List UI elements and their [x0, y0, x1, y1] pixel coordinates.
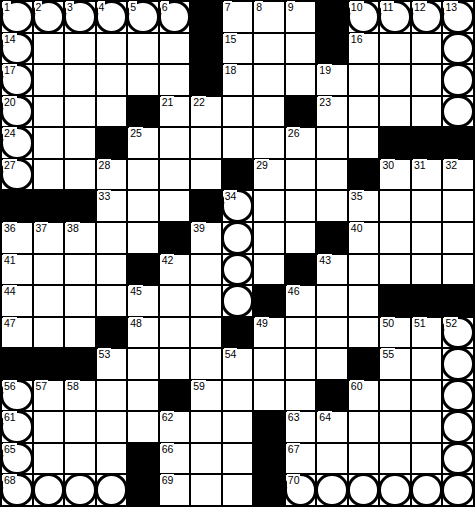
cell-r9c7[interactable]: [191, 255, 221, 285]
clue-number: 15: [224, 33, 238, 45]
clue-number: 61: [3, 411, 17, 423]
cell-r5c6[interactable]: [160, 128, 190, 158]
cell-r9c11[interactable]: 43: [317, 255, 347, 285]
cell-r3c14[interactable]: [412, 65, 442, 95]
clue-number: 58: [66, 380, 80, 392]
cell-r8c3[interactable]: 38: [65, 223, 95, 253]
cell-r8c10[interactable]: [286, 223, 316, 253]
cell-r3c10[interactable]: [286, 65, 316, 95]
cell-r13c8[interactable]: [223, 381, 253, 411]
cell-r1c12[interactable]: 10: [349, 2, 379, 32]
cell-r1c13[interactable]: 11: [380, 2, 410, 32]
clue-number: 59: [192, 380, 206, 392]
cell-r8c1[interactable]: 36: [2, 223, 32, 253]
cell-r11c7[interactable]: [191, 318, 221, 348]
cell-r2c1[interactable]: 14: [2, 34, 32, 64]
cell-r12c8[interactable]: 54: [223, 349, 253, 379]
clue-number: 70: [287, 474, 301, 486]
cell-r1c6[interactable]: 6: [160, 2, 190, 32]
clue-number: 44: [3, 285, 17, 297]
cell-r5c3[interactable]: [65, 128, 95, 158]
cell-r9c2[interactable]: [34, 255, 64, 285]
cell-r12c14[interactable]: [412, 349, 442, 379]
clue-number: 62: [161, 411, 175, 423]
cell-r4c4[interactable]: [97, 97, 127, 127]
cell-r8c11-black-square: [317, 223, 347, 253]
cell-r4c13[interactable]: [380, 97, 410, 127]
clue-number: 27: [3, 159, 17, 171]
cell-r3c15[interactable]: [443, 65, 473, 95]
cell-r5c1[interactable]: 24: [2, 128, 32, 158]
cell-r6c1[interactable]: 27: [2, 160, 32, 190]
cell-r11c12[interactable]: [349, 318, 379, 348]
cell-r10c10[interactable]: 46: [286, 286, 316, 316]
cell-r6c3[interactable]: [65, 160, 95, 190]
cell-r16c1[interactable]: 68: [2, 475, 32, 505]
cell-r12c11[interactable]: [317, 349, 347, 379]
cell-r2c12[interactable]: 16: [349, 34, 379, 64]
circle-marker: [441, 473, 475, 507]
cell-r3c9[interactable]: [254, 65, 284, 95]
cell-r15c12[interactable]: [349, 444, 379, 474]
cell-r13c11-black-square: [317, 381, 347, 411]
cell-r15c3[interactable]: [65, 444, 95, 474]
cell-r6c4[interactable]: 28: [97, 160, 127, 190]
cell-r9c13[interactable]: [380, 255, 410, 285]
clue-number: 23: [318, 96, 332, 108]
cell-r14c6[interactable]: 62: [160, 412, 190, 442]
cell-r6c14[interactable]: 31: [412, 160, 442, 190]
cell-r6c12-black-square: [349, 160, 379, 190]
cell-r4c6[interactable]: 21: [160, 97, 190, 127]
cell-r14c11[interactable]: 64: [317, 412, 347, 442]
cell-r4c15[interactable]: [443, 97, 473, 127]
cell-r1c3[interactable]: 3: [65, 2, 95, 32]
cell-r10c11[interactable]: [317, 286, 347, 316]
cell-r10c14-black-square: [412, 286, 442, 316]
cell-r15c14[interactable]: [412, 444, 442, 474]
clue-number: 11: [381, 1, 394, 13]
clue-number: 38: [66, 222, 80, 234]
cell-r4c14[interactable]: [412, 97, 442, 127]
cell-r11c15[interactable]: 52: [443, 318, 473, 348]
cell-r8c4[interactable]: [97, 223, 127, 253]
cell-r7c6[interactable]: [160, 191, 190, 221]
clue-number: 39: [192, 222, 206, 234]
cell-r15c4[interactable]: [97, 444, 127, 474]
clue-number: 20: [3, 96, 17, 108]
cell-r14c2[interactable]: [34, 412, 64, 442]
cell-r7c9[interactable]: [254, 191, 284, 221]
cell-r6c2[interactable]: [34, 160, 64, 190]
circle-marker: [378, 473, 412, 507]
clue-number: 54: [224, 348, 238, 360]
cell-r4c2[interactable]: [34, 97, 64, 127]
clue-number: 18: [224, 64, 238, 76]
cell-r1c7-black-square: [191, 2, 221, 32]
cell-r14c3[interactable]: [65, 412, 95, 442]
cell-r3c11[interactable]: 19: [317, 65, 347, 95]
cell-r15c7[interactable]: [191, 444, 221, 474]
clue-number: 53: [98, 348, 112, 360]
cell-r2c14[interactable]: [412, 34, 442, 64]
cell-r8c7[interactable]: 39: [191, 223, 221, 253]
cell-r10c6[interactable]: [160, 286, 190, 316]
cell-r13c13[interactable]: [380, 381, 410, 411]
cell-r2c15[interactable]: [443, 34, 473, 64]
cell-r13c9[interactable]: [254, 381, 284, 411]
clue-number: 5: [129, 1, 137, 13]
circle-marker: [441, 95, 475, 129]
cell-r15c15[interactable]: [443, 444, 473, 474]
cell-r4c1[interactable]: 20: [2, 97, 32, 127]
cell-r5c13-black-square: [380, 128, 410, 158]
clue-number: 2: [35, 1, 43, 13]
clue-number: 49: [255, 317, 269, 329]
cell-r9c15[interactable]: [443, 255, 473, 285]
clue-number: 56: [3, 380, 17, 392]
cell-r6c9[interactable]: 29: [254, 160, 284, 190]
circle-marker: [221, 284, 255, 318]
cell-r8c13[interactable]: [380, 223, 410, 253]
cell-r8c14[interactable]: [412, 223, 442, 253]
cell-r14c10[interactable]: 63: [286, 412, 316, 442]
cell-r15c11[interactable]: [317, 444, 347, 474]
cell-r6c15[interactable]: 32: [443, 160, 473, 190]
cell-r12c10[interactable]: [286, 349, 316, 379]
cell-r5c10[interactable]: 26: [286, 128, 316, 158]
crossword-grid: 1234567891011121314151617181920212223242…: [0, 0, 475, 507]
cell-r7c14[interactable]: [412, 191, 442, 221]
cell-r6c5[interactable]: [128, 160, 158, 190]
cell-r6c7[interactable]: [191, 160, 221, 190]
clue-number: 14: [3, 33, 17, 45]
clue-number: 46: [287, 285, 301, 297]
clue-number: 67: [287, 443, 301, 455]
cell-r16c10[interactable]: 70: [286, 475, 316, 505]
cell-r6c6[interactable]: [160, 160, 190, 190]
clue-number: 57: [35, 380, 49, 392]
cell-r14c7[interactable]: [191, 412, 221, 442]
cell-r12c12-black-square: [349, 349, 379, 379]
cell-r11c3[interactable]: [65, 318, 95, 348]
cell-r3c8[interactable]: 18: [223, 65, 253, 95]
cell-r1c1[interactable]: 1: [2, 2, 32, 32]
cell-r16c7[interactable]: [191, 475, 221, 505]
cell-r2c13[interactable]: [380, 34, 410, 64]
clue-number: 4: [98, 1, 106, 13]
cell-r11c9[interactable]: 49: [254, 318, 284, 348]
cell-r2c4[interactable]: [97, 34, 127, 64]
cell-r11c2[interactable]: [34, 318, 64, 348]
cell-r14c9-black-square: [254, 412, 284, 442]
cell-r10c15-black-square: [443, 286, 473, 316]
cell-r16c8[interactable]: [223, 475, 253, 505]
cell-r10c2[interactable]: [34, 286, 64, 316]
cell-r3c6[interactable]: [160, 65, 190, 95]
clue-number: 17: [3, 64, 17, 76]
cell-r7c1-black-square: [2, 191, 32, 221]
clue-number: 30: [381, 159, 395, 171]
clue-number: 32: [444, 159, 458, 171]
cell-r6c10[interactable]: [286, 160, 316, 190]
cell-r16c6[interactable]: 69: [160, 475, 190, 505]
cell-r13c1[interactable]: 56: [2, 381, 32, 411]
cell-r10c3[interactable]: [65, 286, 95, 316]
cell-r15c1[interactable]: 65: [2, 444, 32, 474]
cell-r4c11[interactable]: 23: [317, 97, 347, 127]
cell-r15c2[interactable]: [34, 444, 64, 474]
cell-r11c10[interactable]: [286, 318, 316, 348]
cell-r1c15[interactable]: 13: [443, 2, 473, 32]
cell-r1c4[interactable]: 4: [97, 2, 127, 32]
cell-r8c6-black-square: [160, 223, 190, 253]
clue-number: 22: [192, 96, 206, 108]
clue-number: 25: [129, 127, 143, 139]
cell-r11c13[interactable]: 50: [380, 318, 410, 348]
cell-r16c4[interactable]: [97, 475, 127, 505]
cell-r8c15[interactable]: [443, 223, 473, 253]
clue-number: 6: [161, 1, 169, 13]
cell-r13c10[interactable]: [286, 381, 316, 411]
cell-r9c10-black-square: [286, 255, 316, 285]
cell-r15c8[interactable]: [223, 444, 253, 474]
clue-number: 45: [129, 285, 143, 297]
circle-marker: [441, 442, 475, 476]
cell-r12c15[interactable]: [443, 349, 473, 379]
cell-r8c12[interactable]: 40: [349, 223, 379, 253]
cell-r3c3[interactable]: [65, 65, 95, 95]
cell-r13c2[interactable]: 57: [34, 381, 64, 411]
circle-marker: [441, 379, 475, 413]
clue-number: 21: [161, 96, 175, 108]
cell-r16c11[interactable]: [317, 475, 347, 505]
cell-r10c5[interactable]: 45: [128, 286, 158, 316]
cell-r4c5-black-square: [128, 97, 158, 127]
cell-r3c7-black-square: [191, 65, 221, 95]
cell-r2c6[interactable]: [160, 34, 190, 64]
cell-r12c13[interactable]: 55: [380, 349, 410, 379]
cell-r5c9[interactable]: [254, 128, 284, 158]
cell-r16c14[interactable]: [412, 475, 442, 505]
cell-r14c14[interactable]: [412, 412, 442, 442]
cell-r7c13[interactable]: [380, 191, 410, 221]
cell-r5c2[interactable]: [34, 128, 64, 158]
cell-r10c12[interactable]: [349, 286, 379, 316]
cell-r8c8[interactable]: [223, 223, 253, 253]
cell-r14c1[interactable]: 61: [2, 412, 32, 442]
cell-r16c2[interactable]: [34, 475, 64, 505]
clue-number: 48: [129, 317, 143, 329]
circle-marker: [410, 473, 444, 507]
cell-r10c13-black-square: [380, 286, 410, 316]
cell-r16c13[interactable]: [380, 475, 410, 505]
cell-r5c14-black-square: [412, 128, 442, 158]
cell-r14c12[interactable]: [349, 412, 379, 442]
clue-number: 16: [350, 33, 364, 45]
clue-number: 10: [350, 1, 364, 13]
cell-r14c5[interactable]: [128, 412, 158, 442]
cell-r1c8[interactable]: 7: [223, 2, 253, 32]
cell-r7c3-black-square: [65, 191, 95, 221]
cell-r13c6-black-square: [160, 381, 190, 411]
clue-number: 69: [161, 474, 175, 486]
cell-r13c12[interactable]: 60: [349, 381, 379, 411]
circle-marker: [441, 32, 475, 66]
cell-r7c15[interactable]: [443, 191, 473, 221]
cell-r7c5[interactable]: [128, 191, 158, 221]
cell-r5c4-black-square: [97, 128, 127, 158]
cell-r11c11[interactable]: [317, 318, 347, 348]
cell-r10c7[interactable]: [191, 286, 221, 316]
cell-r8c9[interactable]: [254, 223, 284, 253]
cell-r3c1[interactable]: 17: [2, 65, 32, 95]
cell-r12c9[interactable]: [254, 349, 284, 379]
cell-r3c2[interactable]: [34, 65, 64, 95]
cell-r6c11[interactable]: [317, 160, 347, 190]
clue-number: 1: [3, 1, 11, 13]
cell-r10c1[interactable]: 44: [2, 286, 32, 316]
clue-number: 8: [255, 1, 263, 13]
cell-r15c13[interactable]: [380, 444, 410, 474]
cell-r16c12[interactable]: [349, 475, 379, 505]
clue-number: 50: [381, 317, 395, 329]
cell-r3c12[interactable]: [349, 65, 379, 95]
clue-number: 9: [287, 1, 295, 13]
cell-r2c8[interactable]: 15: [223, 34, 253, 64]
cell-r11c1[interactable]: 47: [2, 318, 32, 348]
cell-r16c3[interactable]: [65, 475, 95, 505]
cell-r2c2[interactable]: [34, 34, 64, 64]
clue-number: 51: [413, 317, 427, 329]
cell-r5c11[interactable]: [317, 128, 347, 158]
cell-r11c14[interactable]: 51: [412, 318, 442, 348]
cell-r9c3[interactable]: [65, 255, 95, 285]
clue-number: 42: [161, 254, 175, 266]
cell-r1c2[interactable]: 2: [34, 2, 64, 32]
cell-r16c5-black-square: [128, 475, 158, 505]
cell-r12c6[interactable]: [160, 349, 190, 379]
cell-r3c13[interactable]: [380, 65, 410, 95]
cell-r13c15[interactable]: [443, 381, 473, 411]
cell-r2c9[interactable]: [254, 34, 284, 64]
circle-marker: [221, 221, 255, 255]
cell-r3c5[interactable]: [128, 65, 158, 95]
cell-r2c7-black-square: [191, 34, 221, 64]
cell-r5c8[interactable]: [223, 128, 253, 158]
clue-number: 43: [318, 254, 332, 266]
clue-number: 12: [413, 1, 427, 13]
cell-r6c13[interactable]: 30: [380, 160, 410, 190]
cell-r2c10[interactable]: [286, 34, 316, 64]
cell-r9c14[interactable]: [412, 255, 442, 285]
circle-marker: [441, 63, 475, 97]
clue-number: 52: [444, 317, 458, 329]
cell-r2c3[interactable]: [65, 34, 95, 64]
cell-r3c4[interactable]: [97, 65, 127, 95]
circle-marker: [32, 473, 66, 507]
cell-r9c5-black-square: [128, 255, 158, 285]
cell-r8c2[interactable]: 37: [34, 223, 64, 253]
cell-r12c3-black-square: [65, 349, 95, 379]
cell-r11c8-black-square: [223, 318, 253, 348]
cell-r5c12[interactable]: [349, 128, 379, 158]
clue-number: 65: [3, 443, 17, 455]
cell-r6c8-black-square: [223, 160, 253, 190]
cell-r7c10[interactable]: [286, 191, 316, 221]
cell-r12c1-black-square: [2, 349, 32, 379]
cell-r9c1[interactable]: 41: [2, 255, 32, 285]
cell-r4c9[interactable]: [254, 97, 284, 127]
cell-r4c8[interactable]: [223, 97, 253, 127]
cell-r9c9[interactable]: [254, 255, 284, 285]
cell-r9c12[interactable]: [349, 255, 379, 285]
cell-r1c5[interactable]: 5: [128, 2, 158, 32]
cell-r10c8[interactable]: [223, 286, 253, 316]
cell-r5c5[interactable]: 25: [128, 128, 158, 158]
cell-r12c5[interactable]: [128, 349, 158, 379]
cell-r13c7[interactable]: 59: [191, 381, 221, 411]
cell-r4c7[interactable]: 22: [191, 97, 221, 127]
cell-r14c15[interactable]: [443, 412, 473, 442]
cell-r11c6[interactable]: [160, 318, 190, 348]
cell-r9c6[interactable]: 42: [160, 255, 190, 285]
cell-r13c14[interactable]: [412, 381, 442, 411]
cell-r15c10[interactable]: 67: [286, 444, 316, 474]
cell-r14c8[interactable]: [223, 412, 253, 442]
cell-r14c13[interactable]: [380, 412, 410, 442]
cell-r7c7-black-square: [191, 191, 221, 221]
clue-number: 64: [318, 411, 332, 423]
cell-r12c7[interactable]: [191, 349, 221, 379]
clue-number: 40: [350, 222, 364, 234]
cell-r1c14[interactable]: 12: [412, 2, 442, 32]
cell-r12c4[interactable]: 53: [97, 349, 127, 379]
cell-r7c12[interactable]: 35: [349, 191, 379, 221]
clue-number: 37: [35, 222, 49, 234]
cell-r7c8[interactable]: 34: [223, 191, 253, 221]
cell-r7c11[interactable]: [317, 191, 347, 221]
cell-r8c5[interactable]: [128, 223, 158, 253]
clue-number: 55: [381, 348, 395, 360]
cell-r16c15[interactable]: [443, 475, 473, 505]
cell-r11c5[interactable]: 48: [128, 318, 158, 348]
cell-r4c3[interactable]: [65, 97, 95, 127]
circle-marker: [441, 347, 475, 381]
cell-r2c11-black-square: [317, 34, 347, 64]
cell-r10c4[interactable]: [97, 286, 127, 316]
cell-r13c5[interactable]: [128, 381, 158, 411]
clue-number: 13: [444, 1, 458, 13]
cell-r13c3[interactable]: 58: [65, 381, 95, 411]
cell-r5c7[interactable]: [191, 128, 221, 158]
cell-r2c5[interactable]: [128, 34, 158, 64]
cell-r1c10[interactable]: 9: [286, 2, 316, 32]
clue-number: 19: [318, 64, 332, 76]
cell-r15c6[interactable]: 66: [160, 444, 190, 474]
cell-r1c9[interactable]: 8: [254, 2, 284, 32]
cell-r9c4[interactable]: [97, 255, 127, 285]
cell-r9c8[interactable]: [223, 255, 253, 285]
cell-r14c4[interactable]: [97, 412, 127, 442]
cell-r4c10-black-square: [286, 97, 316, 127]
clue-number: 7: [224, 1, 232, 13]
cell-r13c4[interactable]: [97, 381, 127, 411]
circle-marker: [347, 473, 381, 507]
circle-marker: [441, 410, 475, 444]
cell-r4c12[interactable]: [349, 97, 379, 127]
cell-r7c4[interactable]: 33: [97, 191, 127, 221]
